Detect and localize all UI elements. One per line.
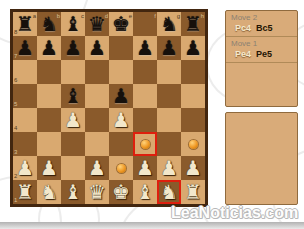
- file-label: f: [154, 13, 156, 19]
- square-e6[interactable]: [109, 60, 133, 84]
- square-a5[interactable]: 5: [13, 84, 37, 108]
- black-pawn-piece: ♟: [136, 38, 154, 58]
- square-a7[interactable]: ♟7: [13, 36, 37, 60]
- black-pawn-piece: ♟: [64, 38, 82, 58]
- move-entry-moves: Pe4Pe5: [226, 49, 297, 59]
- square-e1[interactable]: ♚: [109, 180, 133, 204]
- square-c7[interactable]: ♟: [61, 36, 85, 60]
- black-rook-piece: ♜: [184, 14, 202, 34]
- black-knight-piece: ♞: [40, 14, 58, 34]
- square-f3[interactable]: [133, 132, 157, 156]
- square-g5[interactable]: [157, 84, 181, 108]
- square-h5[interactable]: [181, 84, 205, 108]
- move-hint-dot[interactable]: [189, 140, 198, 149]
- move-entry-header: Move 2: [226, 13, 297, 23]
- white-bishop-piece: ♝: [136, 182, 154, 202]
- square-f6[interactable]: [133, 60, 157, 84]
- square-h4[interactable]: [181, 108, 205, 132]
- square-d4[interactable]: [85, 108, 109, 132]
- rank-label: 3: [14, 149, 17, 155]
- page: ♜8a♞b♝c♛d♚ef♞g♜h♟7♟♟♟♟♟♟65♝♟4♟♟3♟2♟♟♟♟♟♜…: [0, 0, 304, 229]
- square-c1[interactable]: ♝: [61, 180, 85, 204]
- move-hint-dot[interactable]: [117, 164, 126, 173]
- move-entry-moves: Pc4Bc5: [226, 23, 297, 33]
- black-move-text: Pe5: [256, 49, 272, 59]
- square-e3[interactable]: [109, 132, 133, 156]
- square-g1[interactable]: ♞: [157, 180, 181, 204]
- square-a1[interactable]: ♜1: [13, 180, 37, 204]
- white-queen-piece: ♛: [88, 182, 106, 202]
- square-c4[interactable]: ♟: [61, 108, 85, 132]
- square-b2[interactable]: ♟: [37, 156, 61, 180]
- square-b8[interactable]: ♞b: [37, 12, 61, 36]
- black-pawn-piece: ♟: [160, 38, 178, 58]
- square-e7[interactable]: [109, 36, 133, 60]
- square-c5[interactable]: ♝: [61, 84, 85, 108]
- black-rook-piece: ♜: [16, 14, 34, 34]
- move-entry-header: Move 1: [226, 39, 297, 49]
- white-rook-piece: ♜: [16, 182, 34, 202]
- square-f4[interactable]: [133, 108, 157, 132]
- square-g6[interactable]: [157, 60, 181, 84]
- square-g8[interactable]: ♞g: [157, 12, 181, 36]
- square-a3[interactable]: 3: [13, 132, 37, 156]
- square-c8[interactable]: ♝c: [61, 12, 85, 36]
- square-d1[interactable]: ♛: [85, 180, 109, 204]
- white-pawn-piece: ♟: [160, 158, 178, 178]
- square-d6[interactable]: [85, 60, 109, 84]
- white-move-text: Pe4: [235, 49, 251, 59]
- square-f1[interactable]: ♝: [133, 180, 157, 204]
- square-h8[interactable]: ♜h: [181, 12, 205, 36]
- black-pawn-piece: ♟: [112, 86, 130, 106]
- black-pawn-piece: ♟: [16, 38, 34, 58]
- white-pawn-piece: ♟: [136, 158, 154, 178]
- black-queen-piece: ♛: [88, 14, 106, 34]
- square-e4[interactable]: ♟: [109, 108, 133, 132]
- square-a2[interactable]: ♟2: [13, 156, 37, 180]
- square-f8[interactable]: f: [133, 12, 157, 36]
- square-g4[interactable]: [157, 108, 181, 132]
- white-king-piece: ♚: [112, 182, 130, 202]
- square-h3[interactable]: [181, 132, 205, 156]
- square-h6[interactable]: [181, 60, 205, 84]
- black-king-piece: ♚: [112, 14, 130, 34]
- watermark: LeaNoticias.com: [171, 204, 298, 222]
- white-move-text: Pc4: [235, 23, 251, 33]
- square-d3[interactable]: [85, 132, 109, 156]
- white-bishop-piece: ♝: [64, 182, 82, 202]
- square-h7[interactable]: ♟: [181, 36, 205, 60]
- square-f2[interactable]: ♟: [133, 156, 157, 180]
- white-pawn-piece: ♟: [112, 110, 130, 130]
- square-b6[interactable]: [37, 60, 61, 84]
- square-g3[interactable]: [157, 132, 181, 156]
- square-c3[interactable]: [61, 132, 85, 156]
- square-d2[interactable]: ♟: [85, 156, 109, 180]
- white-knight-piece: ♞: [160, 182, 178, 202]
- square-e2[interactable]: [109, 156, 133, 180]
- square-b3[interactable]: [37, 132, 61, 156]
- rank-label: 5: [14, 101, 17, 107]
- square-b7[interactable]: ♟: [37, 36, 61, 60]
- white-pawn-piece: ♟: [88, 158, 106, 178]
- chess-board: ♜8a♞b♝c♛d♚ef♞g♜h♟7♟♟♟♟♟♟65♝♟4♟♟3♟2♟♟♟♟♟♜…: [10, 9, 208, 207]
- square-d5[interactable]: [85, 84, 109, 108]
- black-knight-piece: ♞: [160, 14, 178, 34]
- black-bishop-piece: ♝: [64, 14, 82, 34]
- white-pawn-piece: ♟: [64, 110, 82, 130]
- square-b4[interactable]: [37, 108, 61, 132]
- square-a6[interactable]: 6: [13, 60, 37, 84]
- square-a4[interactable]: 4: [13, 108, 37, 132]
- black-move-text: Bc5: [256, 23, 273, 33]
- white-pawn-piece: ♟: [40, 158, 58, 178]
- move-entry[interactable]: Move 1 Pe4Pe5: [226, 37, 297, 63]
- white-pawn-piece: ♟: [184, 158, 202, 178]
- move-history-panel: Move 2 Pc4Bc5 Move 1 Pe4Pe5: [225, 10, 298, 107]
- bottom-edge-bar: [0, 222, 304, 229]
- side-panel-lower: [225, 112, 298, 205]
- square-g2[interactable]: ♟: [157, 156, 181, 180]
- square-c2[interactable]: [61, 156, 85, 180]
- square-g7[interactable]: ♟: [157, 36, 181, 60]
- square-d7[interactable]: ♟: [85, 36, 109, 60]
- black-pawn-piece: ♟: [40, 38, 58, 58]
- white-knight-piece: ♞: [40, 182, 58, 202]
- square-f7[interactable]: ♟: [133, 36, 157, 60]
- rank-label: 6: [14, 77, 17, 83]
- black-pawn-piece: ♟: [184, 38, 202, 58]
- black-bishop-piece: ♝: [64, 86, 82, 106]
- square-e5[interactable]: ♟: [109, 84, 133, 108]
- square-a8[interactable]: ♜8a: [13, 12, 37, 36]
- square-c6[interactable]: [61, 60, 85, 84]
- move-hint-dot[interactable]: [141, 140, 150, 149]
- square-e8[interactable]: ♚e: [109, 12, 133, 36]
- square-b1[interactable]: ♞: [37, 180, 61, 204]
- white-rook-piece: ♜: [184, 182, 202, 202]
- rank-label: 4: [14, 125, 17, 131]
- square-d8[interactable]: ♛d: [85, 12, 109, 36]
- black-pawn-piece: ♟: [88, 38, 106, 58]
- square-h1[interactable]: ♜: [181, 180, 205, 204]
- move-entry[interactable]: Move 2 Pc4Bc5: [226, 11, 297, 37]
- square-f5[interactable]: [133, 84, 157, 108]
- white-pawn-piece: ♟: [16, 158, 34, 178]
- square-h2[interactable]: ♟: [181, 156, 205, 180]
- square-b5[interactable]: [37, 84, 61, 108]
